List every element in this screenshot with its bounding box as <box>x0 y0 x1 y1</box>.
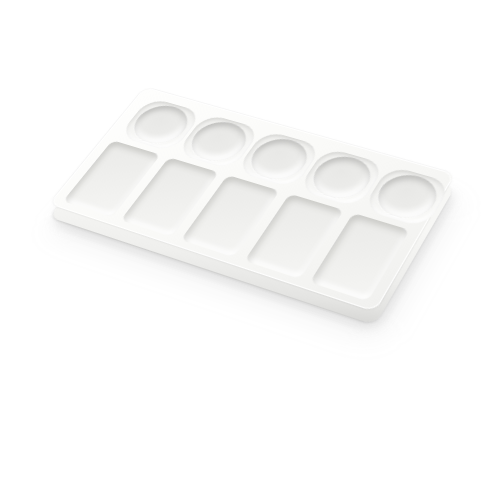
product-photo-canvas <box>0 0 500 500</box>
round-well-cup-4 <box>304 151 380 204</box>
